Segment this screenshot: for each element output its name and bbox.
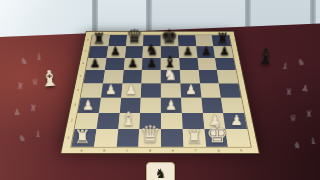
file-label-g: g bbox=[215, 149, 222, 152]
piece-white-king-g1: ♚ bbox=[206, 121, 228, 146]
rank-label-2: 2 bbox=[249, 119, 256, 122]
rank-label-2: 2 bbox=[68, 119, 75, 122]
square-a8: ♜ bbox=[90, 35, 109, 46]
piece-black-king-e8: ♚ bbox=[161, 26, 178, 45]
rank-label-1: 1 bbox=[252, 136, 259, 139]
square-e8: ♚ bbox=[161, 35, 179, 46]
piece-black-rook-a8: ♜ bbox=[93, 31, 106, 46]
board-perspective-wrapper: ♜♛♚♜♟♞♟♟♟♟♟♟♝♞♟♟♟♟♟♝♟♟♜♛♜♚ abcdefgh88776… bbox=[60, 31, 260, 154]
square-b6 bbox=[105, 58, 125, 70]
rank-label-7: 7 bbox=[235, 50, 241, 52]
piece-black-queen-c8: ♛ bbox=[126, 27, 143, 46]
square-f4: ♟ bbox=[180, 83, 201, 97]
frame-etching-icon: ♝ bbox=[34, 130, 42, 139]
rank-label-3: 3 bbox=[71, 104, 78, 107]
rank-label-8: 8 bbox=[85, 39, 91, 41]
rank-label-8: 8 bbox=[232, 39, 238, 41]
chess-board: ♜♛♚♜♟♞♟♟♟♟♟♟♝♞♟♟♟♟♟♝♟♟♜♛♜♚ abcdefgh88776… bbox=[60, 31, 260, 154]
piece-black-pawn-h7: ♟ bbox=[219, 45, 230, 57]
square-b1 bbox=[94, 129, 118, 147]
square-b7: ♟ bbox=[106, 46, 125, 58]
square-a6: ♟ bbox=[86, 58, 106, 70]
square-e2 bbox=[161, 113, 183, 129]
square-f3 bbox=[181, 98, 203, 113]
file-label-f: f bbox=[192, 149, 199, 152]
rank-label-6: 6 bbox=[237, 62, 243, 64]
square-c4: ♟ bbox=[121, 83, 142, 97]
captured-black-bishop: ♝ bbox=[255, 45, 276, 68]
square-a1: ♜ bbox=[71, 129, 96, 147]
piece-white-bishop-c2: ♝ bbox=[120, 109, 137, 128]
piece-white-rook-a1: ♜ bbox=[74, 127, 91, 146]
frame-etching-icon: ♜ bbox=[15, 81, 24, 91]
square-d3 bbox=[140, 98, 161, 113]
file-label-b: b bbox=[100, 149, 107, 152]
square-f6 bbox=[179, 58, 198, 70]
square-e3: ♟ bbox=[161, 98, 182, 113]
square-a4 bbox=[81, 83, 103, 97]
square-g5 bbox=[198, 70, 219, 83]
square-c6: ♟ bbox=[123, 58, 142, 70]
file-label-h: h bbox=[237, 149, 244, 152]
frame-etching-icon: ♞ bbox=[292, 140, 301, 150]
square-g7: ♟ bbox=[196, 46, 215, 58]
piece-black-pawn-d6: ♟ bbox=[146, 57, 157, 69]
square-a5 bbox=[83, 70, 104, 83]
square-h3 bbox=[221, 98, 244, 113]
rank-label-4: 4 bbox=[75, 89, 81, 92]
square-e1 bbox=[161, 129, 183, 147]
square-h1 bbox=[226, 129, 251, 147]
logo-plaque: ♞ bbox=[146, 162, 175, 180]
square-b2 bbox=[96, 113, 119, 129]
piece-white-pawn-f4: ♟ bbox=[185, 84, 197, 97]
chessboard-photo-scene: ♞♝♜♛♟♜♞♝♝♞♜♟♛♜♞♝ ♜♛♚♜♟♞♟♟♟♟♟♟♝♞♟♟♟♟♟♝♟♟♜… bbox=[0, 0, 320, 180]
square-g1: ♚ bbox=[204, 129, 228, 147]
square-b4: ♟ bbox=[101, 83, 122, 97]
rank-label-5: 5 bbox=[77, 75, 83, 77]
rank-label-6: 6 bbox=[80, 62, 86, 64]
square-f1: ♜ bbox=[183, 129, 206, 147]
frame-etching-icon: ♛ bbox=[288, 113, 297, 123]
square-h4 bbox=[219, 83, 241, 97]
square-g6 bbox=[197, 58, 217, 70]
frame-etching-icon: ♞ bbox=[296, 57, 305, 67]
square-c2: ♝ bbox=[118, 113, 140, 129]
frame-etching-icon: ♟ bbox=[300, 83, 309, 93]
piece-white-knight-e5: ♞ bbox=[163, 67, 177, 83]
frame-etching-icon: ♞ bbox=[17, 133, 26, 143]
frame-etching-icon: ♞ bbox=[19, 56, 28, 66]
square-c8: ♛ bbox=[126, 35, 144, 46]
frame-etching-icon: ♝ bbox=[308, 136, 317, 146]
frame-etching-icon: ♝ bbox=[280, 61, 289, 71]
square-g4 bbox=[200, 83, 221, 97]
knight-logo-icon: ♞ bbox=[155, 167, 167, 180]
square-e5: ♞ bbox=[161, 70, 180, 83]
square-g3 bbox=[201, 98, 223, 113]
rank-label-4: 4 bbox=[242, 89, 248, 92]
rank-label-7: 7 bbox=[83, 50, 89, 52]
board-grid: ♜♛♚♜♟♞♟♟♟♟♟♟♝♞♟♟♟♟♟♝♟♟♜♛♜♚ bbox=[70, 35, 251, 148]
square-d6: ♟ bbox=[142, 58, 161, 70]
frame-etching-icon: ♜ bbox=[28, 103, 37, 113]
square-e4 bbox=[161, 83, 181, 97]
square-d1: ♛ bbox=[139, 129, 161, 147]
piece-white-rook-f1: ♜ bbox=[186, 127, 203, 146]
piece-black-pawn-a6: ♟ bbox=[90, 57, 101, 69]
frame-etching-icon: ♜ bbox=[285, 88, 293, 97]
square-d5 bbox=[141, 70, 160, 83]
frame-etching-icon: ♜ bbox=[305, 110, 313, 119]
piece-black-pawn-b7: ♟ bbox=[110, 45, 121, 57]
file-label-c: c bbox=[123, 149, 130, 152]
square-h7: ♟ bbox=[214, 46, 234, 58]
piece-black-pawn-f7: ♟ bbox=[183, 45, 194, 57]
rank-label-5: 5 bbox=[240, 75, 246, 77]
file-label-e: e bbox=[169, 149, 176, 152]
frame-etching-icon: ♝ bbox=[35, 53, 43, 62]
piece-white-queen-d1: ♛ bbox=[139, 122, 160, 146]
file-label-a: a bbox=[77, 149, 84, 152]
file-label-d: d bbox=[146, 149, 153, 152]
square-d4 bbox=[141, 83, 161, 97]
square-c1 bbox=[116, 129, 139, 147]
square-h5 bbox=[217, 70, 238, 83]
piece-black-pawn-g7: ♟ bbox=[201, 45, 212, 57]
rank-label-3: 3 bbox=[245, 104, 252, 107]
piece-white-pawn-e3: ♟ bbox=[165, 98, 177, 112]
captured-white-bishop: ♝ bbox=[39, 67, 60, 90]
piece-white-pawn-b4: ♟ bbox=[105, 84, 117, 97]
piece-white-pawn-c4: ♟ bbox=[125, 84, 137, 97]
rank-label-1: 1 bbox=[65, 136, 72, 139]
square-f7: ♟ bbox=[178, 46, 197, 58]
square-h6 bbox=[215, 58, 236, 70]
piece-white-pawn-a3: ♟ bbox=[82, 98, 94, 112]
square-a3: ♟ bbox=[78, 98, 101, 113]
square-b3 bbox=[99, 98, 121, 113]
frame-etching-icon: ♛ bbox=[30, 77, 39, 87]
piece-white-pawn-h2: ♟ bbox=[230, 114, 243, 128]
frame-etching-icon: ♟ bbox=[13, 108, 21, 117]
piece-black-pawn-c6: ♟ bbox=[127, 57, 138, 69]
